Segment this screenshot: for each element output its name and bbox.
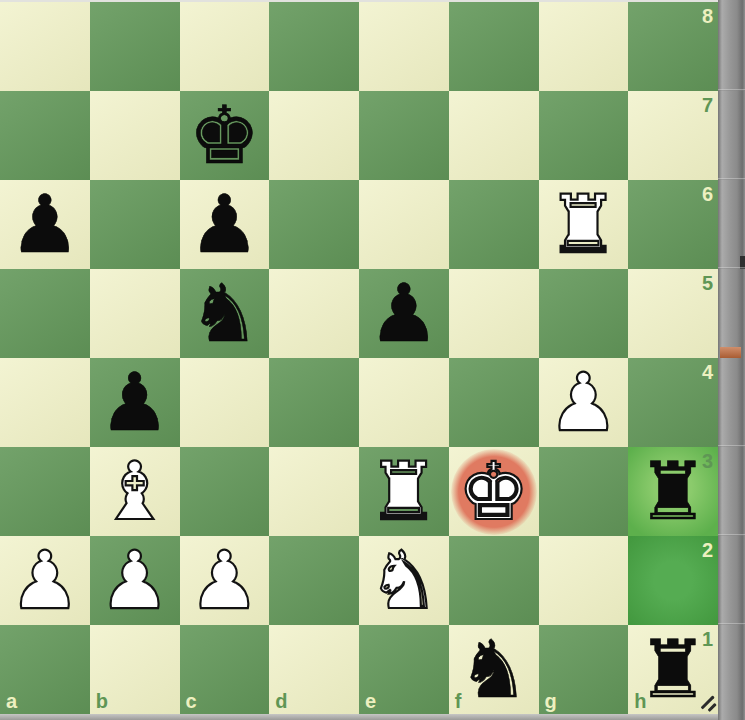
square-c3[interactable]: [180, 447, 270, 536]
square-e2[interactable]: ♞: [359, 536, 449, 625]
square-h2[interactable]: 2: [628, 536, 718, 625]
scrollbar-segment-line: [718, 178, 745, 180]
square-f1[interactable]: ♞f: [449, 625, 539, 714]
square-g6[interactable]: ♜: [539, 180, 629, 269]
white-pawn[interactable]: ♟: [548, 363, 620, 443]
square-c4[interactable]: [180, 358, 270, 447]
square-a6[interactable]: ♟: [0, 180, 90, 269]
square-a7[interactable]: [0, 91, 90, 180]
square-d7[interactable]: [269, 91, 359, 180]
square-a4[interactable]: [0, 358, 90, 447]
rank-label-4: 4: [702, 362, 713, 382]
square-f6[interactable]: [449, 180, 539, 269]
square-g8[interactable]: [539, 2, 629, 91]
square-f8[interactable]: [449, 2, 539, 91]
rank-label-5: 5: [702, 273, 713, 293]
file-label-c: c: [186, 691, 197, 711]
square-e6[interactable]: [359, 180, 449, 269]
square-c2[interactable]: ♟: [180, 536, 270, 625]
square-b5[interactable]: [90, 269, 180, 358]
square-f2[interactable]: [449, 536, 539, 625]
black-pawn[interactable]: ♟: [9, 185, 81, 265]
square-f5[interactable]: [449, 269, 539, 358]
square-a5[interactable]: [0, 269, 90, 358]
square-f7[interactable]: [449, 91, 539, 180]
square-h5[interactable]: 5: [628, 269, 718, 358]
board-resize-handle[interactable]: [695, 691, 717, 713]
square-c8[interactable]: [180, 2, 270, 91]
square-b1[interactable]: b: [90, 625, 180, 714]
browser-scrollbar[interactable]: [718, 0, 745, 720]
square-g1[interactable]: g: [539, 625, 629, 714]
square-c6[interactable]: ♟: [180, 180, 270, 269]
file-label-e: e: [365, 691, 376, 711]
square-h3[interactable]: ♜3: [628, 447, 718, 536]
file-label-h: h: [634, 691, 646, 711]
black-pawn[interactable]: ♟: [368, 274, 440, 354]
square-h4[interactable]: 4: [628, 358, 718, 447]
square-e7[interactable]: [359, 91, 449, 180]
scrollbar-segment-line: [718, 445, 745, 447]
file-label-b: b: [96, 691, 108, 711]
white-bishop[interactable]: ♝: [99, 452, 171, 532]
white-king[interactable]: ♚: [458, 452, 530, 532]
rank-label-3: 3: [702, 451, 713, 471]
square-h8[interactable]: 8: [628, 2, 718, 91]
square-g3[interactable]: [539, 447, 629, 536]
rank-label-8: 8: [702, 6, 713, 26]
square-h1[interactable]: ♜1h: [628, 625, 718, 714]
rank-label-2: 2: [702, 540, 713, 560]
file-label-a: a: [6, 691, 17, 711]
white-pawn[interactable]: ♟: [9, 541, 81, 621]
square-b2[interactable]: ♟: [90, 536, 180, 625]
square-d6[interactable]: [269, 180, 359, 269]
square-a1[interactable]: a: [0, 625, 90, 714]
square-h7[interactable]: 7: [628, 91, 718, 180]
bottom-edge-strip: [0, 714, 718, 720]
square-a8[interactable]: [0, 2, 90, 91]
square-b4[interactable]: ♟: [90, 358, 180, 447]
black-rook[interactable]: ♜: [637, 452, 709, 532]
rank-label-1: 1: [702, 629, 713, 649]
black-knight[interactable]: ♞: [189, 274, 261, 354]
scrollbar-segment-line: [718, 267, 745, 269]
scrollbar-segment-line: [718, 623, 745, 625]
square-b3[interactable]: ♝: [90, 447, 180, 536]
black-knight[interactable]: ♞: [458, 630, 530, 710]
square-g4[interactable]: ♟: [539, 358, 629, 447]
square-f4[interactable]: [449, 358, 539, 447]
square-c7[interactable]: ♚: [180, 91, 270, 180]
file-label-f: f: [455, 691, 462, 711]
square-g5[interactable]: [539, 269, 629, 358]
square-e5[interactable]: ♟: [359, 269, 449, 358]
square-b7[interactable]: [90, 91, 180, 180]
black-king[interactable]: ♚: [189, 96, 261, 176]
white-rook[interactable]: ♜: [548, 185, 620, 265]
black-pawn[interactable]: ♟: [99, 363, 171, 443]
file-label-g: g: [545, 691, 557, 711]
scrollbar-segment-line: [718, 89, 745, 91]
square-e8[interactable]: [359, 2, 449, 91]
square-g7[interactable]: [539, 91, 629, 180]
square-d5[interactable]: [269, 269, 359, 358]
square-g2[interactable]: [539, 536, 629, 625]
square-d1[interactable]: d: [269, 625, 359, 714]
scrollbar-orange-marker: [720, 347, 741, 358]
square-d4[interactable]: [269, 358, 359, 447]
white-rook[interactable]: ♜: [368, 452, 440, 532]
white-pawn[interactable]: ♟: [99, 541, 171, 621]
square-e3[interactable]: ♜: [359, 447, 449, 536]
square-e4[interactable]: [359, 358, 449, 447]
scrollbar-segment-line: [718, 534, 745, 536]
square-d2[interactable]: [269, 536, 359, 625]
white-knight[interactable]: ♞: [368, 541, 440, 621]
black-pawn[interactable]: ♟: [189, 185, 261, 265]
square-a2[interactable]: ♟: [0, 536, 90, 625]
square-d3[interactable]: [269, 447, 359, 536]
square-d8[interactable]: [269, 2, 359, 91]
square-a3[interactable]: [0, 447, 90, 536]
chess-board[interactable]: 8♚7♟♟♜6♞♟5♟♟4♝♜♚♜3♟♟♟♞2abcde♞fg♜1h: [0, 2, 718, 714]
square-c1[interactable]: c: [180, 625, 270, 714]
square-c5[interactable]: ♞: [180, 269, 270, 358]
square-f3[interactable]: ♚: [449, 447, 539, 536]
square-b8[interactable]: [90, 2, 180, 91]
chess-app-window: 8♚7♟♟♜6♞♟5♟♟4♝♜♚♜3♟♟♟♞2abcde♞fg♜1h: [0, 0, 745, 720]
white-pawn[interactable]: ♟: [189, 541, 261, 621]
square-b6[interactable]: [90, 180, 180, 269]
file-label-d: d: [275, 691, 287, 711]
square-e1[interactable]: e: [359, 625, 449, 714]
square-h6[interactable]: 6: [628, 180, 718, 269]
rank-label-6: 6: [702, 184, 713, 204]
rank-label-7: 7: [702, 95, 713, 115]
